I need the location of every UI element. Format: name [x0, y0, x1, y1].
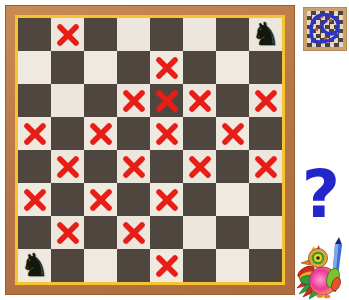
chess-board-frame: ♞♞	[5, 5, 295, 295]
square-a5[interactable]	[18, 117, 51, 150]
square-a8[interactable]	[18, 18, 51, 51]
square-h4[interactable]	[249, 150, 282, 183]
x-mark-icon	[22, 122, 48, 146]
bird-feet	[317, 294, 324, 298]
square-g2[interactable]	[216, 216, 249, 249]
square-b2[interactable]	[51, 216, 84, 249]
square-c8[interactable]	[84, 18, 117, 51]
x-mark-icon	[22, 188, 48, 212]
square-b6[interactable]	[51, 84, 84, 117]
x-mark-icon	[55, 155, 81, 179]
bird-head	[301, 245, 328, 268]
black-knight[interactable]: ♞	[20, 249, 49, 281]
square-b8[interactable]	[51, 18, 84, 51]
x-mark-icon	[88, 188, 114, 212]
square-d4[interactable]	[117, 150, 150, 183]
x-mark-icon	[121, 89, 147, 113]
square-f8[interactable]	[183, 18, 216, 51]
square-g4[interactable]	[216, 150, 249, 183]
square-e2[interactable]	[150, 216, 183, 249]
x-mark-icon	[253, 89, 279, 113]
x-mark-icon	[154, 56, 180, 80]
square-a2[interactable]	[18, 216, 51, 249]
square-a3[interactable]	[18, 183, 51, 216]
square-c6[interactable]	[84, 84, 117, 117]
chess-board: ♞♞	[18, 18, 282, 282]
square-f2[interactable]	[183, 216, 216, 249]
square-d8[interactable]	[117, 18, 150, 51]
square-h7[interactable]	[249, 51, 282, 84]
square-g1[interactable]	[216, 249, 249, 282]
square-e8[interactable]	[150, 18, 183, 51]
square-a4[interactable]	[18, 150, 51, 183]
square-d5[interactable]	[117, 117, 150, 150]
square-c5[interactable]	[84, 117, 117, 150]
square-e7[interactable]	[150, 51, 183, 84]
example-path-overlay	[307, 11, 343, 47]
black-knight[interactable]: ♞	[251, 18, 280, 50]
beak	[301, 260, 310, 265]
square-f3[interactable]	[183, 183, 216, 216]
x-mark-icon	[55, 23, 81, 47]
board-yellow-border: ♞♞	[15, 15, 285, 285]
x-mark-icon	[154, 188, 180, 212]
x-mark-icon	[55, 221, 81, 245]
square-g8[interactable]	[216, 18, 249, 51]
square-b4[interactable]	[51, 150, 84, 183]
square-e1[interactable]	[150, 249, 183, 282]
square-e3[interactable]	[150, 183, 183, 216]
square-e4[interactable]	[150, 150, 183, 183]
x-mark-icon	[121, 155, 147, 179]
square-c7[interactable]	[84, 51, 117, 84]
square-g6[interactable]	[216, 84, 249, 117]
square-g5[interactable]	[216, 117, 249, 150]
square-f5[interactable]	[183, 117, 216, 150]
x-mark-icon	[187, 155, 213, 179]
square-d6[interactable]	[117, 84, 150, 117]
square-h1[interactable]	[249, 249, 282, 282]
square-b7[interactable]	[51, 51, 84, 84]
square-h6[interactable]	[249, 84, 282, 117]
square-b1[interactable]	[51, 249, 84, 282]
x-mark-icon	[253, 155, 279, 179]
parrot-mascot	[296, 236, 349, 300]
square-e5[interactable]	[150, 117, 183, 150]
square-h3[interactable]	[249, 183, 282, 216]
square-h8[interactable]: ♞	[249, 18, 282, 51]
square-b5[interactable]	[51, 117, 84, 150]
square-d2[interactable]	[117, 216, 150, 249]
square-a1[interactable]: ♞	[18, 249, 51, 282]
x-mark-icon	[154, 122, 180, 146]
square-d3[interactable]	[117, 183, 150, 216]
x-mark-icon	[154, 254, 180, 278]
x-mark-icon	[154, 89, 180, 113]
puzzle-page: ♞♞ ?	[0, 0, 349, 300]
square-a6[interactable]	[18, 84, 51, 117]
square-h2[interactable]	[249, 216, 282, 249]
square-f6[interactable]	[183, 84, 216, 117]
x-mark-icon	[88, 122, 114, 146]
square-d7[interactable]	[117, 51, 150, 84]
square-e6[interactable]	[150, 84, 183, 117]
example-solution-thumbnail	[304, 8, 346, 50]
square-f1[interactable]	[183, 249, 216, 282]
square-f7[interactable]	[183, 51, 216, 84]
square-b3[interactable]	[51, 183, 84, 216]
square-d1[interactable]	[117, 249, 150, 282]
square-a7[interactable]	[18, 51, 51, 84]
question-mark: ?	[299, 160, 343, 229]
square-h5[interactable]	[249, 117, 282, 150]
square-c2[interactable]	[84, 216, 117, 249]
x-mark-icon	[187, 89, 213, 113]
square-g3[interactable]	[216, 183, 249, 216]
square-c1[interactable]	[84, 249, 117, 282]
x-mark-icon	[121, 221, 147, 245]
square-c4[interactable]	[84, 150, 117, 183]
square-f4[interactable]	[183, 150, 216, 183]
square-c3[interactable]	[84, 183, 117, 216]
x-mark-icon	[220, 122, 246, 146]
square-g7[interactable]	[216, 51, 249, 84]
